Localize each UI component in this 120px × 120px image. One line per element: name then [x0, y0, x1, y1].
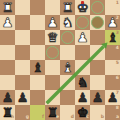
rank-coordinate-label: 2 — [116, 16, 119, 21]
square-a6[interactable]: 6 — [105, 75, 120, 90]
move-hint-disc — [91, 16, 104, 29]
rank-coordinate-label: 7 — [116, 91, 119, 96]
white-pawn[interactable]: ♟ — [45, 15, 60, 30]
square-d2[interactable]: ♞ — [60, 15, 75, 30]
square-c1[interactable]: ♚ — [75, 0, 90, 15]
square-a7[interactable]: ♟7 — [105, 90, 120, 105]
square-a2[interactable]: ♟2 — [105, 15, 120, 30]
square-a4[interactable]: 4 — [105, 45, 120, 60]
square-e8[interactable]: ♜e — [45, 105, 60, 120]
square-e4[interactable] — [45, 45, 60, 60]
black-pawn[interactable]: ♟ — [0, 90, 15, 105]
square-b8[interactable]: b — [90, 105, 105, 120]
square-f2[interactable] — [30, 15, 45, 30]
square-d4[interactable] — [60, 45, 75, 60]
file-coordinate-label: h — [11, 115, 14, 120]
file-coordinate-label: g — [26, 115, 29, 120]
rank-coordinate-label: 4 — [116, 46, 119, 51]
square-a5[interactable]: 5 — [105, 60, 120, 75]
square-e5[interactable] — [45, 60, 60, 75]
square-e2[interactable]: ♟ — [45, 15, 60, 30]
king-navy-band-decoration — [80, 4, 85, 6]
square-b1[interactable] — [90, 0, 105, 15]
file-coordinate-label: c — [86, 115, 89, 120]
black-pawn[interactable]: ♟ — [15, 90, 30, 105]
square-f5[interactable]: ♝ — [30, 60, 45, 75]
square-h4[interactable] — [0, 45, 15, 60]
white-pawn[interactable]: ♟ — [75, 30, 90, 45]
file-coordinate-label: f — [42, 115, 44, 120]
square-g8[interactable]: g — [15, 105, 30, 120]
move-hint-circle — [91, 1, 104, 14]
square-d7[interactable] — [60, 90, 75, 105]
square-f3[interactable] — [30, 30, 45, 45]
square-a3[interactable]: ♝3 — [105, 30, 120, 45]
square-h3[interactable] — [0, 30, 15, 45]
square-g5[interactable] — [15, 60, 30, 75]
square-h7[interactable]: ♟ — [0, 90, 15, 105]
square-g4[interactable] — [15, 45, 30, 60]
square-g6[interactable] — [15, 75, 30, 90]
square-c5[interactable] — [75, 60, 90, 75]
square-b3[interactable] — [90, 30, 105, 45]
white-rook[interactable]: ♜ — [0, 0, 15, 15]
black-pawn[interactable]: ♟ — [75, 90, 90, 105]
square-c7[interactable]: ♟ — [75, 90, 90, 105]
square-e3[interactable]: ♛ — [45, 30, 60, 45]
square-b2[interactable] — [90, 15, 105, 30]
rank-coordinate-label: 1 — [116, 1, 119, 6]
square-e1[interactable] — [45, 0, 60, 15]
square-g2[interactable] — [15, 15, 30, 30]
square-c6[interactable]: ♞ — [75, 75, 90, 90]
square-f7[interactable] — [30, 90, 45, 105]
black-bishop[interactable]: ♝ — [30, 60, 45, 75]
square-e7[interactable] — [45, 90, 60, 105]
square-h1[interactable]: ♜ — [0, 0, 15, 15]
square-h6[interactable] — [0, 75, 15, 90]
square-d8[interactable]: d — [60, 105, 75, 120]
white-knight[interactable]: ♞ — [60, 15, 75, 30]
square-a8[interactable]: 8a — [105, 105, 120, 120]
rank-coordinate-label: 6 — [116, 76, 119, 81]
black-pawn[interactable]: ♟ — [90, 90, 105, 105]
square-d3[interactable] — [60, 30, 75, 45]
move-hint-circle — [46, 46, 59, 59]
chess-board: ♜♜♚1♟♟♞♟2♛♟♝34♝♝5♞6♟♟♟♟♟7♜hgf♜ed♚cb8a — [0, 0, 120, 120]
move-hint-circle — [76, 16, 89, 29]
square-g3[interactable] — [15, 30, 30, 45]
square-h8[interactable]: ♜h — [0, 105, 15, 120]
square-g7[interactable]: ♟ — [15, 90, 30, 105]
square-d6[interactable] — [60, 75, 75, 90]
square-b7[interactable]: ♟ — [90, 90, 105, 105]
square-d5[interactable]: ♝ — [60, 60, 75, 75]
white-queen[interactable]: ♛ — [45, 30, 60, 45]
square-f4[interactable] — [30, 45, 45, 60]
file-coordinate-label: d — [71, 115, 74, 120]
square-g1[interactable] — [15, 0, 30, 15]
white-rook[interactable]: ♜ — [60, 0, 75, 15]
square-f1[interactable] — [30, 0, 45, 15]
square-c2[interactable] — [75, 15, 90, 30]
square-b6[interactable] — [90, 75, 105, 90]
file-coordinate-label: b — [101, 115, 104, 120]
square-c8[interactable]: ♚c — [75, 105, 90, 120]
square-b5[interactable] — [90, 60, 105, 75]
rank-coordinate-label: 5 — [116, 61, 119, 66]
square-h5[interactable] — [0, 60, 15, 75]
square-c3[interactable]: ♟ — [75, 30, 90, 45]
white-pawn[interactable]: ♟ — [0, 15, 15, 30]
move-hint-circle — [61, 31, 74, 44]
square-f8[interactable]: f — [30, 105, 45, 120]
square-c4[interactable] — [75, 45, 90, 60]
rank-coordinate-label: 3 — [116, 31, 119, 36]
white-bishop[interactable]: ♝ — [60, 60, 75, 75]
square-e6[interactable] — [45, 75, 60, 90]
square-b4[interactable] — [90, 45, 105, 60]
file-coordinate-label: e — [56, 115, 59, 120]
square-h2[interactable]: ♟ — [0, 15, 15, 30]
square-f6[interactable] — [30, 75, 45, 90]
square-d1[interactable]: ♜ — [60, 0, 75, 15]
rank-coordinate-label: 8 — [116, 106, 119, 111]
black-knight[interactable]: ♞ — [75, 75, 90, 90]
file-coordinate-label: a — [116, 115, 119, 120]
square-a1[interactable]: 1 — [105, 0, 120, 15]
